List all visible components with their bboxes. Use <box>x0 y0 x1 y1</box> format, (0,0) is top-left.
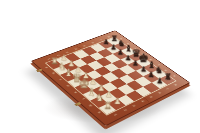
board-square: ♟ <box>151 79 167 89</box>
rank-label: 4 <box>73 48 77 50</box>
rank-label: 7 <box>165 88 169 90</box>
file-label: d <box>65 85 69 87</box>
file-label: h <box>96 111 101 114</box>
product-photo-stage: abcdefgh abcdefgh 87654321 87654321 ♜♞♝♛… <box>0 0 200 133</box>
rank-label: 4 <box>140 100 144 103</box>
rank-label: 3 <box>131 104 135 107</box>
white-rook: ♜ <box>101 101 114 110</box>
rank-label: 5 <box>82 45 86 47</box>
file-label: f <box>81 98 85 100</box>
file-label: e <box>73 91 77 94</box>
rank-label: 6 <box>157 92 161 94</box>
rank-label: 8 <box>173 84 177 86</box>
board-square <box>143 82 159 92</box>
brass-latch <box>36 68 43 72</box>
rank-label: 1 <box>113 114 118 117</box>
file-label: c <box>58 79 62 81</box>
rank-label: 5 <box>148 96 152 99</box>
board-square: ♜ <box>99 103 117 115</box>
black-pawn: ♟ <box>154 77 166 85</box>
file-label: g <box>88 104 93 107</box>
file-label: a <box>44 66 48 68</box>
file-label: b <box>51 72 55 74</box>
rank-label: 2 <box>122 109 126 112</box>
rank-label: 6 <box>90 42 94 44</box>
